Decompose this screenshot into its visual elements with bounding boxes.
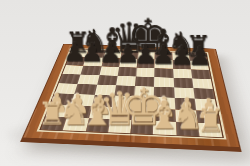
- square-g6: [173, 69, 192, 79]
- square-f1: ♝: [153, 121, 176, 135]
- square-f4: [154, 87, 174, 98]
- square-c3: [92, 95, 115, 107]
- square-g2: ♟: [175, 109, 198, 122]
- square-h1: ♜: [197, 123, 222, 138]
- square-d3: [112, 96, 134, 108]
- square-e5: [135, 76, 154, 86]
- square-a6: [63, 65, 84, 74]
- square-h7: ♟: [190, 61, 209, 70]
- square-e3: [133, 96, 154, 108]
- square-e6: [136, 67, 155, 77]
- square-b4: [75, 84, 97, 95]
- square-c5: [97, 75, 118, 85]
- square-h3: [194, 99, 217, 111]
- square-c2: ♟: [89, 106, 113, 119]
- square-e1: ♚: [130, 120, 153, 134]
- square-f5: [154, 77, 173, 87]
- square-f2: ♟: [154, 108, 176, 121]
- photo-backdrop: ♜♞♝♛♚♝♞♜♟♟♟♟♟♟♟♟♟♟♟♟♟♟♟♟♜♞♝♛♚♝♞♜: [0, 0, 250, 166]
- board-grid: ♜♞♝♛♚♝♞♜♟♟♟♟♟♟♟♟♟♟♟♟♟♟♟♟♜♞♝♛♚♝♞♜: [39, 49, 223, 138]
- chess-board: ♜♞♝♛♚♝♞♜♟♟♟♟♟♟♟♟♟♟♟♟♟♟♟♟♜♞♝♛♚♝♞♜: [22, 44, 241, 148]
- square-h2: ♟: [196, 110, 220, 123]
- square-c1: ♝: [85, 118, 110, 132]
- square-b3: [71, 94, 94, 106]
- square-e4: [134, 86, 154, 97]
- square-g5: [173, 78, 193, 88]
- square-b5: [78, 74, 99, 84]
- square-b2: ♟: [67, 105, 91, 118]
- square-h6: [191, 69, 211, 79]
- square-d1: ♛: [108, 119, 132, 133]
- square-g1: ♞: [175, 122, 199, 137]
- square-b6: [81, 66, 101, 75]
- square-c6: [99, 66, 119, 76]
- square-g4: [174, 87, 195, 98]
- square-d6: [117, 67, 136, 77]
- square-f3: [154, 97, 175, 109]
- square-g3: [174, 98, 196, 110]
- perspective-wrapper: ♜♞♝♛♚♝♞♜♟♟♟♟♟♟♟♟♟♟♟♟♟♟♟♟♜♞♝♛♚♝♞♜: [0, 0, 250, 166]
- square-c4: [94, 85, 116, 96]
- square-d4: [114, 85, 135, 96]
- square-b1: ♞: [63, 117, 89, 131]
- square-e2: ♟: [132, 108, 154, 121]
- square-d2: ♟: [110, 107, 133, 120]
- black-rook: ♜: [59, 29, 96, 57]
- square-h4: [193, 88, 215, 99]
